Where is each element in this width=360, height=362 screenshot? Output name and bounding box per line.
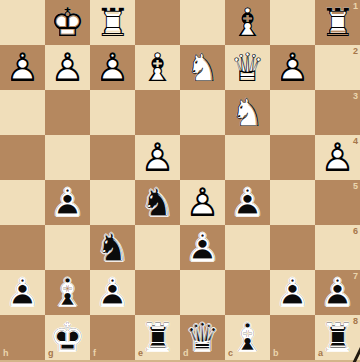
white-knight-piece[interactable]: ♞♘ bbox=[180, 45, 225, 90]
white-bishop-piece[interactable]: ♝♗ bbox=[135, 45, 180, 90]
black-pawn-piece[interactable]: ♟♙ bbox=[90, 270, 135, 315]
white-queen-piece[interactable]: ♛♕ bbox=[225, 45, 270, 90]
square-c1[interactable]: ♝♗ bbox=[225, 0, 270, 45]
square-a7[interactable]: ♟♙7 bbox=[315, 270, 360, 315]
rank-label-6: 6 bbox=[353, 227, 358, 236]
rank-label-8: 8 bbox=[353, 317, 358, 326]
piece-outline-glyph: ♗ bbox=[225, 0, 270, 45]
square-d4[interactable] bbox=[180, 135, 225, 180]
square-h2[interactable]: ♟♙ bbox=[0, 45, 45, 90]
square-c8[interactable]: ♝♗c bbox=[225, 315, 270, 360]
square-g5[interactable]: ♟♙ bbox=[45, 180, 90, 225]
square-f1[interactable]: ♜♖ bbox=[90, 0, 135, 45]
white-rook-piece[interactable]: ♜♖ bbox=[90, 0, 135, 45]
square-g8[interactable]: ♚♔g bbox=[45, 315, 90, 360]
square-c6[interactable] bbox=[225, 225, 270, 270]
black-pawn-piece[interactable]: ♟♙ bbox=[0, 270, 45, 315]
square-g4[interactable] bbox=[45, 135, 90, 180]
white-pawn-piece[interactable]: ♟♙ bbox=[45, 45, 90, 90]
file-label-e: e bbox=[138, 349, 143, 358]
piece-outline-glyph: ♙ bbox=[270, 45, 315, 90]
white-pawn-piece[interactable]: ♟♙ bbox=[0, 45, 45, 90]
rank-label-1: 1 bbox=[353, 2, 358, 11]
square-d3[interactable] bbox=[180, 90, 225, 135]
piece-outline-glyph: ♘ bbox=[90, 225, 135, 270]
piece-outline-glyph: ♙ bbox=[180, 225, 225, 270]
white-pawn-piece[interactable]: ♟♙ bbox=[90, 45, 135, 90]
piece-outline-glyph: ♘ bbox=[225, 90, 270, 135]
page-background: { "game": "chess", "position": { "fen": … bbox=[0, 0, 360, 362]
rank-label-4: 4 bbox=[353, 137, 358, 146]
piece-outline-glyph: ♙ bbox=[0, 45, 45, 90]
square-f4[interactable] bbox=[90, 135, 135, 180]
square-c2[interactable]: ♛♕ bbox=[225, 45, 270, 90]
file-label-a: a bbox=[318, 349, 323, 358]
square-f3[interactable] bbox=[90, 90, 135, 135]
square-b3[interactable] bbox=[270, 90, 315, 135]
square-h4[interactable] bbox=[0, 135, 45, 180]
rank-label-7: 7 bbox=[353, 272, 358, 281]
white-bishop-piece[interactable]: ♝♗ bbox=[225, 0, 270, 45]
piece-outline-glyph: ♔ bbox=[45, 0, 90, 45]
square-h6[interactable] bbox=[0, 225, 45, 270]
square-g3[interactable] bbox=[45, 90, 90, 135]
square-g2[interactable]: ♟♙ bbox=[45, 45, 90, 90]
piece-outline-glyph: ♕ bbox=[225, 45, 270, 90]
square-d2[interactable]: ♞♘ bbox=[180, 45, 225, 90]
square-e1[interactable] bbox=[135, 0, 180, 45]
piece-outline-glyph: ♙ bbox=[270, 270, 315, 315]
chess-board: ♚♔♜♖♝♗♜♖1♟♙♟♙♟♙♝♗♞♘♛♕♟♙2♞♘3♟♙♟♙4♟♙♞♘♟♙♟♙… bbox=[0, 0, 360, 360]
piece-outline-glyph: ♙ bbox=[135, 135, 180, 180]
square-a6[interactable]: 6 bbox=[315, 225, 360, 270]
piece-outline-glyph: ♗ bbox=[135, 45, 180, 90]
square-c3[interactable]: ♞♘ bbox=[225, 90, 270, 135]
black-pawn-piece[interactable]: ♟♙ bbox=[270, 270, 315, 315]
square-b6[interactable] bbox=[270, 225, 315, 270]
square-a8[interactable]: ♜♖8a bbox=[315, 315, 360, 360]
black-pawn-piece[interactable]: ♟♙ bbox=[180, 225, 225, 270]
piece-outline-glyph: ♙ bbox=[90, 270, 135, 315]
square-f8[interactable]: f bbox=[90, 315, 135, 360]
square-b2[interactable]: ♟♙ bbox=[270, 45, 315, 90]
piece-outline-glyph: ♙ bbox=[45, 180, 90, 225]
square-d6[interactable]: ♟♙ bbox=[180, 225, 225, 270]
square-h5[interactable] bbox=[0, 180, 45, 225]
square-g1[interactable]: ♚♔ bbox=[45, 0, 90, 45]
file-label-c: c bbox=[228, 349, 233, 358]
square-e3[interactable] bbox=[135, 90, 180, 135]
square-h7[interactable]: ♟♙ bbox=[0, 270, 45, 315]
square-e8[interactable]: ♜♖e bbox=[135, 315, 180, 360]
square-a5[interactable]: 5 bbox=[315, 180, 360, 225]
piece-outline-glyph: ♙ bbox=[180, 180, 225, 225]
black-pawn-piece[interactable]: ♟♙ bbox=[225, 180, 270, 225]
square-d1[interactable] bbox=[180, 0, 225, 45]
square-a4[interactable]: ♟♙4 bbox=[315, 135, 360, 180]
rank-label-3: 3 bbox=[353, 92, 358, 101]
square-c4[interactable] bbox=[225, 135, 270, 180]
square-h8[interactable]: h bbox=[0, 315, 45, 360]
piece-outline-glyph: ♘ bbox=[180, 45, 225, 90]
square-g7[interactable]: ♝♗ bbox=[45, 270, 90, 315]
piece-outline-glyph: ♗ bbox=[45, 270, 90, 315]
black-knight-piece[interactable]: ♞♘ bbox=[90, 225, 135, 270]
square-g6[interactable] bbox=[45, 225, 90, 270]
square-e5[interactable]: ♞♘ bbox=[135, 180, 180, 225]
square-e4[interactable]: ♟♙ bbox=[135, 135, 180, 180]
rank-label-2: 2 bbox=[353, 47, 358, 56]
rank-label-5: 5 bbox=[353, 182, 358, 191]
white-knight-piece[interactable]: ♞♘ bbox=[225, 90, 270, 135]
square-b4[interactable] bbox=[270, 135, 315, 180]
black-pawn-piece[interactable]: ♟♙ bbox=[45, 180, 90, 225]
white-king-piece[interactable]: ♚♔ bbox=[45, 0, 90, 45]
file-label-f: f bbox=[93, 349, 96, 358]
square-e7[interactable] bbox=[135, 270, 180, 315]
square-h1[interactable] bbox=[0, 0, 45, 45]
white-pawn-piece[interactable]: ♟♙ bbox=[180, 180, 225, 225]
square-e6[interactable] bbox=[135, 225, 180, 270]
square-c5[interactable]: ♟♙ bbox=[225, 180, 270, 225]
square-f6[interactable]: ♞♘ bbox=[90, 225, 135, 270]
black-knight-piece[interactable]: ♞♘ bbox=[135, 180, 180, 225]
square-h3[interactable] bbox=[0, 90, 45, 135]
square-d7[interactable] bbox=[180, 270, 225, 315]
square-b7[interactable]: ♟♙ bbox=[270, 270, 315, 315]
square-f7[interactable]: ♟♙ bbox=[90, 270, 135, 315]
square-b1[interactable] bbox=[270, 0, 315, 45]
square-b8[interactable]: b bbox=[270, 315, 315, 360]
square-a1[interactable]: ♜♖1 bbox=[315, 0, 360, 45]
file-label-h: h bbox=[3, 349, 9, 358]
black-bishop-piece[interactable]: ♝♗ bbox=[45, 270, 90, 315]
square-b5[interactable] bbox=[270, 180, 315, 225]
piece-outline-glyph: ♙ bbox=[225, 180, 270, 225]
square-e2[interactable]: ♝♗ bbox=[135, 45, 180, 90]
piece-outline-glyph: ♖ bbox=[90, 0, 135, 45]
piece-outline-glyph: ♙ bbox=[0, 270, 45, 315]
white-pawn-piece[interactable]: ♟♙ bbox=[135, 135, 180, 180]
file-label-d: d bbox=[183, 349, 189, 358]
square-f2[interactable]: ♟♙ bbox=[90, 45, 135, 90]
square-f5[interactable] bbox=[90, 180, 135, 225]
square-a3[interactable]: 3 bbox=[315, 90, 360, 135]
square-d8[interactable]: ♛♕d bbox=[180, 315, 225, 360]
square-d5[interactable]: ♟♙ bbox=[180, 180, 225, 225]
file-label-g: g bbox=[48, 349, 54, 358]
file-label-b: b bbox=[273, 349, 279, 358]
piece-outline-glyph: ♘ bbox=[135, 180, 180, 225]
white-pawn-piece[interactable]: ♟♙ bbox=[270, 45, 315, 90]
square-c7[interactable] bbox=[225, 270, 270, 315]
piece-outline-glyph: ♙ bbox=[45, 45, 90, 90]
piece-outline-glyph: ♙ bbox=[90, 45, 135, 90]
square-a2[interactable]: 2 bbox=[315, 45, 360, 90]
